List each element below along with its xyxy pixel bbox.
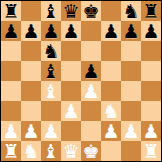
square-b2[interactable]: ♟ [21, 121, 41, 141]
black-pawn: ♟ [62, 21, 79, 41]
black-pawn: ♟ [82, 61, 99, 81]
white-bishop: ♝ [42, 141, 59, 161]
white-bishop: ♝ [42, 81, 59, 101]
square-h4[interactable] [141, 81, 161, 101]
square-f1[interactable] [101, 141, 121, 161]
black-rook: ♜ [2, 1, 19, 21]
square-c3[interactable] [41, 101, 61, 121]
white-rook: ♜ [142, 141, 159, 161]
square-b7[interactable]: ♟ [21, 21, 41, 41]
white-pawn: ♟ [42, 121, 59, 141]
square-e7[interactable] [81, 21, 101, 41]
square-a1[interactable]: ♜ [1, 141, 21, 161]
chess-board: ♜♝♛♚♞♜♟♟♟♟♟♟♟♞♝♟♝♟♟♞♟♟♟♟♟♟♜♞♝♛♚♜ [0, 0, 162, 162]
white-pawn: ♟ [102, 121, 119, 141]
white-queen: ♛ [62, 141, 79, 161]
square-e4[interactable]: ♟ [81, 81, 101, 101]
square-h3[interactable] [141, 101, 161, 121]
black-queen: ♛ [62, 1, 79, 21]
black-rook: ♜ [142, 1, 159, 21]
square-b6[interactable] [21, 41, 41, 61]
white-knight: ♞ [102, 101, 119, 121]
black-pawn: ♟ [22, 21, 39, 41]
white-pawn: ♟ [122, 121, 139, 141]
square-d7[interactable]: ♟ [61, 21, 81, 41]
square-a5[interactable] [1, 61, 21, 81]
square-c7[interactable]: ♟ [41, 21, 61, 41]
square-e1[interactable]: ♚ [81, 141, 101, 161]
square-h5[interactable] [141, 61, 161, 81]
black-bishop: ♝ [42, 61, 59, 81]
square-g6[interactable] [121, 41, 141, 61]
square-b8[interactable] [21, 1, 41, 21]
square-d2[interactable] [61, 121, 81, 141]
black-bishop: ♝ [42, 1, 59, 21]
square-f3[interactable]: ♞ [101, 101, 121, 121]
square-c5[interactable]: ♝ [41, 61, 61, 81]
square-d1[interactable]: ♛ [61, 141, 81, 161]
square-c2[interactable]: ♟ [41, 121, 61, 141]
white-pawn: ♟ [82, 81, 99, 101]
square-d5[interactable] [61, 61, 81, 81]
square-a2[interactable]: ♟ [1, 121, 21, 141]
square-c6[interactable]: ♞ [41, 41, 61, 61]
square-b4[interactable] [21, 81, 41, 101]
white-pawn: ♟ [2, 121, 19, 141]
square-h8[interactable]: ♜ [141, 1, 161, 21]
square-b1[interactable]: ♞ [21, 141, 41, 161]
square-f5[interactable] [101, 61, 121, 81]
white-king: ♚ [82, 141, 99, 161]
square-h7[interactable]: ♟ [141, 21, 161, 41]
square-h1[interactable]: ♜ [141, 141, 161, 161]
square-b3[interactable] [21, 101, 41, 121]
white-pawn: ♟ [22, 121, 39, 141]
black-knight: ♞ [122, 1, 139, 21]
square-c1[interactable]: ♝ [41, 141, 61, 161]
square-f2[interactable]: ♟ [101, 121, 121, 141]
square-a6[interactable] [1, 41, 21, 61]
square-a4[interactable] [1, 81, 21, 101]
black-pawn: ♟ [42, 21, 59, 41]
black-pawn: ♟ [2, 21, 19, 41]
black-pawn: ♟ [142, 21, 159, 41]
square-f4[interactable] [101, 81, 121, 101]
square-h6[interactable] [141, 41, 161, 61]
square-f6[interactable] [101, 41, 121, 61]
square-b5[interactable] [21, 61, 41, 81]
square-e6[interactable] [81, 41, 101, 61]
black-king: ♚ [82, 1, 99, 21]
square-h2[interactable]: ♟ [141, 121, 161, 141]
square-e3[interactable] [81, 101, 101, 121]
black-knight: ♞ [42, 41, 59, 61]
square-a7[interactable]: ♟ [1, 21, 21, 41]
square-g5[interactable] [121, 61, 141, 81]
square-g1[interactable] [121, 141, 141, 161]
square-c4[interactable]: ♝ [41, 81, 61, 101]
square-d8[interactable]: ♛ [61, 1, 81, 21]
white-pawn: ♟ [142, 121, 159, 141]
square-a3[interactable] [1, 101, 21, 121]
square-g3[interactable] [121, 101, 141, 121]
square-f8[interactable] [101, 1, 121, 21]
square-e8[interactable]: ♚ [81, 1, 101, 21]
square-c8[interactable]: ♝ [41, 1, 61, 21]
square-d4[interactable] [61, 81, 81, 101]
white-pawn: ♟ [62, 101, 79, 121]
square-e2[interactable] [81, 121, 101, 141]
square-g8[interactable]: ♞ [121, 1, 141, 21]
black-pawn: ♟ [122, 21, 139, 41]
white-rook: ♜ [2, 141, 19, 161]
square-d6[interactable] [61, 41, 81, 61]
square-f7[interactable]: ♟ [101, 21, 121, 41]
square-g2[interactable]: ♟ [121, 121, 141, 141]
square-a8[interactable]: ♜ [1, 1, 21, 21]
square-d3[interactable]: ♟ [61, 101, 81, 121]
square-g4[interactable] [121, 81, 141, 101]
square-g7[interactable]: ♟ [121, 21, 141, 41]
square-e5[interactable]: ♟ [81, 61, 101, 81]
white-knight: ♞ [22, 141, 39, 161]
black-pawn: ♟ [102, 21, 119, 41]
